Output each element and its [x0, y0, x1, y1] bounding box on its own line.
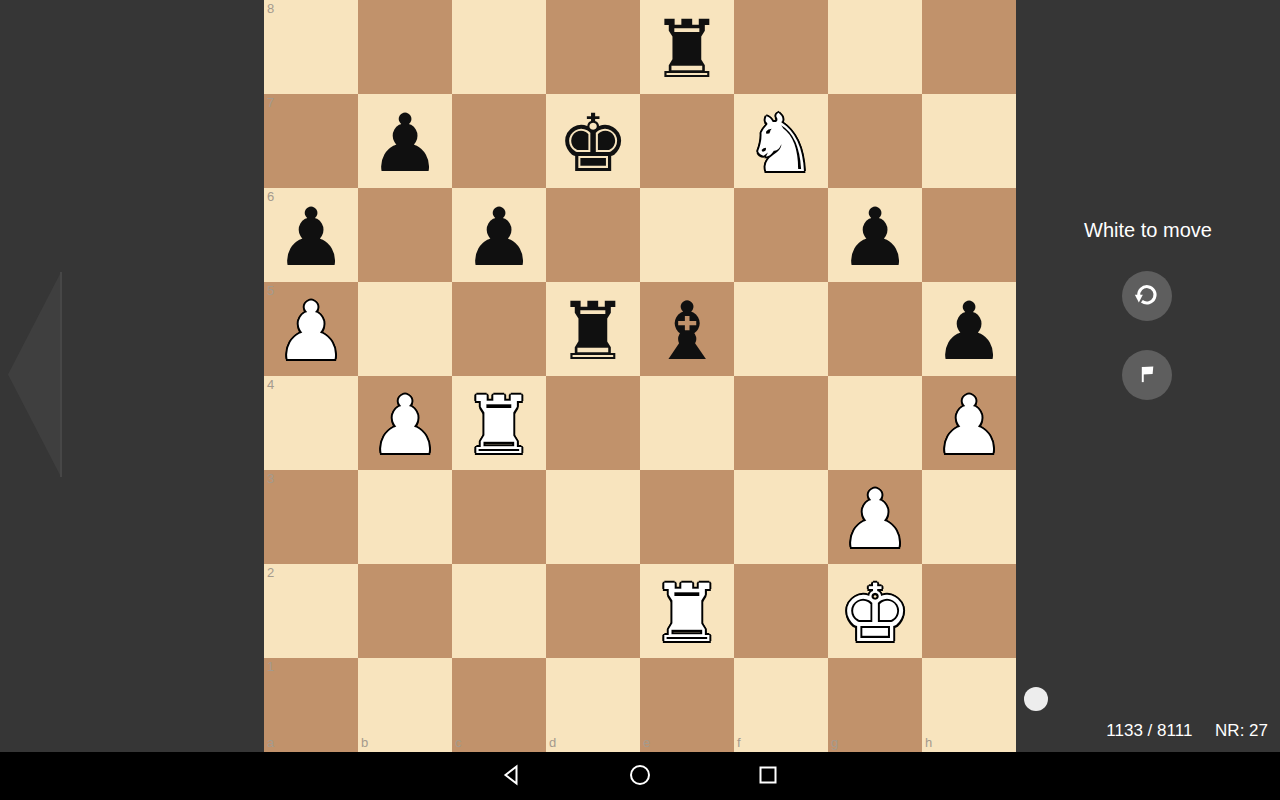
home-button[interactable]	[616, 752, 664, 800]
square-h2[interactable]	[922, 564, 1016, 658]
square-c4[interactable]: ♜︎	[452, 376, 546, 470]
piece-white-pawn[interactable]: ♟︎	[922, 379, 1016, 473]
square-c8[interactable]	[452, 0, 546, 94]
file-label-c: c	[455, 736, 462, 750]
square-a3[interactable]: 3	[264, 470, 358, 564]
square-b7[interactable]: ♟︎	[358, 94, 452, 188]
file-label-g: g	[831, 736, 838, 750]
square-f8[interactable]	[734, 0, 828, 94]
file-label-b: b	[361, 736, 368, 750]
square-f5[interactable]	[734, 282, 828, 376]
square-g1[interactable]: g	[828, 658, 922, 752]
square-g8[interactable]	[828, 0, 922, 94]
square-g2[interactable]: ♚︎	[828, 564, 922, 658]
piece-white-king[interactable]: ♚︎	[828, 567, 922, 661]
square-c5[interactable]	[452, 282, 546, 376]
file-label-a: a	[267, 736, 274, 750]
square-g4[interactable]	[828, 376, 922, 470]
right-panel: White to move	[1016, 0, 1280, 752]
left-panel	[0, 0, 264, 752]
piece-black-rook[interactable]: ♜︎	[640, 3, 734, 97]
back-icon	[500, 763, 524, 790]
square-e5[interactable]: ♝︎	[640, 282, 734, 376]
previous-puzzle-arrow-edge	[60, 272, 62, 477]
square-f3[interactable]	[734, 470, 828, 564]
piece-black-pawn[interactable]: ♟︎	[358, 97, 452, 191]
rank-label-7: 7	[267, 96, 274, 110]
square-g5[interactable]	[828, 282, 922, 376]
rank-label-4: 4	[267, 378, 274, 392]
square-h4[interactable]: ♟︎	[922, 376, 1016, 470]
recents-button[interactable]	[744, 752, 792, 800]
square-h8[interactable]	[922, 0, 1016, 94]
app-screen: 8♜︎7♟︎♚︎♞︎6♟︎♟︎♟︎5♟︎♜︎♝︎♟︎4♟︎♜︎♟︎3♟︎2♜︎♚…	[0, 0, 1280, 800]
piece-white-knight[interactable]: ♞︎	[734, 97, 828, 191]
previous-puzzle-arrow[interactable]	[8, 272, 61, 477]
puzzle-rating: NR: 27	[1215, 721, 1268, 740]
square-d1[interactable]: d	[546, 658, 640, 752]
piece-black-rook[interactable]: ♜︎	[546, 285, 640, 379]
square-e2[interactable]: ♜︎	[640, 564, 734, 658]
file-label-d: d	[549, 736, 556, 750]
square-d4[interactable]	[546, 376, 640, 470]
square-h3[interactable]	[922, 470, 1016, 564]
piece-black-pawn[interactable]: ♟︎	[264, 191, 358, 285]
file-label-f: f	[737, 736, 741, 750]
square-g7[interactable]	[828, 94, 922, 188]
square-e3[interactable]	[640, 470, 734, 564]
square-b8[interactable]	[358, 0, 452, 94]
square-b6[interactable]	[358, 188, 452, 282]
square-e6[interactable]	[640, 188, 734, 282]
square-a4[interactable]: 4	[264, 376, 358, 470]
piece-white-pawn[interactable]: ♟︎	[264, 285, 358, 379]
square-b2[interactable]	[358, 564, 452, 658]
rank-label-1: 1	[267, 660, 274, 674]
square-f2[interactable]	[734, 564, 828, 658]
recents-icon	[756, 763, 780, 790]
square-d6[interactable]	[546, 188, 640, 282]
square-e7[interactable]	[640, 94, 734, 188]
piece-black-pawn[interactable]: ♟︎	[452, 191, 546, 285]
file-label-h: h	[925, 736, 932, 750]
square-a1[interactable]: 1a	[264, 658, 358, 752]
square-a8[interactable]: 8	[264, 0, 358, 94]
square-f4[interactable]	[734, 376, 828, 470]
rank-label-2: 2	[267, 566, 274, 580]
puzzle-counter: 1133 / 8111 NR: 27	[1106, 722, 1268, 740]
square-b3[interactable]	[358, 470, 452, 564]
piece-white-rook[interactable]: ♜︎	[452, 379, 546, 473]
square-g6[interactable]: ♟︎	[828, 188, 922, 282]
square-h1[interactable]: h	[922, 658, 1016, 752]
piece-white-pawn[interactable]: ♟︎	[828, 473, 922, 567]
square-e4[interactable]	[640, 376, 734, 470]
square-h5[interactable]: ♟︎	[922, 282, 1016, 376]
piece-black-pawn[interactable]: ♟︎	[828, 191, 922, 285]
square-c3[interactable]	[452, 470, 546, 564]
square-c1[interactable]: c	[452, 658, 546, 752]
flag-icon	[1134, 361, 1160, 390]
square-f1[interactable]: f	[734, 658, 828, 752]
chess-board: 8♜︎7♟︎♚︎♞︎6♟︎♟︎♟︎5♟︎♜︎♝︎♟︎4♟︎♜︎♟︎3♟︎2♜︎♚…	[264, 0, 1016, 752]
back-button[interactable]	[488, 752, 536, 800]
square-c7[interactable]	[452, 94, 546, 188]
piece-white-pawn[interactable]: ♟︎	[358, 379, 452, 473]
restart-button[interactable]	[1122, 271, 1172, 321]
rank-label-3: 3	[267, 472, 274, 486]
square-b1[interactable]: b	[358, 658, 452, 752]
home-icon	[628, 763, 652, 790]
progress-dot[interactable]	[1024, 687, 1048, 711]
square-e8[interactable]: ♜︎	[640, 0, 734, 94]
square-d2[interactable]	[546, 564, 640, 658]
square-c2[interactable]	[452, 564, 546, 658]
square-b4[interactable]: ♟︎	[358, 376, 452, 470]
square-a2[interactable]: 2	[264, 564, 358, 658]
square-h7[interactable]	[922, 94, 1016, 188]
status-text: White to move	[1016, 218, 1280, 242]
flag-button[interactable]	[1122, 350, 1172, 400]
square-f7[interactable]: ♞︎	[734, 94, 828, 188]
square-b5[interactable]	[358, 282, 452, 376]
square-d8[interactable]	[546, 0, 640, 94]
piece-black-bishop[interactable]: ♝︎	[640, 285, 734, 379]
rank-label-8: 8	[267, 2, 274, 16]
square-d7[interactable]: ♚︎	[546, 94, 640, 188]
square-e1[interactable]: e	[640, 658, 734, 752]
android-nav-bar	[0, 752, 1280, 800]
square-d3[interactable]	[546, 470, 640, 564]
piece-black-pawn[interactable]: ♟︎	[922, 285, 1016, 379]
piece-black-king[interactable]: ♚︎	[546, 97, 640, 191]
square-a7[interactable]: 7	[264, 94, 358, 188]
square-a5[interactable]: 5♟︎	[264, 282, 358, 376]
rotate-ccw-icon	[1133, 281, 1161, 312]
piece-white-rook[interactable]: ♜︎	[640, 567, 734, 661]
square-c6[interactable]: ♟︎	[452, 188, 546, 282]
square-d5[interactable]: ♜︎	[546, 282, 640, 376]
puzzle-progress: 1133 / 8111	[1106, 721, 1192, 740]
square-h6[interactable]	[922, 188, 1016, 282]
square-g3[interactable]: ♟︎	[828, 470, 922, 564]
square-f6[interactable]	[734, 188, 828, 282]
file-label-e: e	[643, 736, 650, 750]
square-a6[interactable]: 6♟︎	[264, 188, 358, 282]
